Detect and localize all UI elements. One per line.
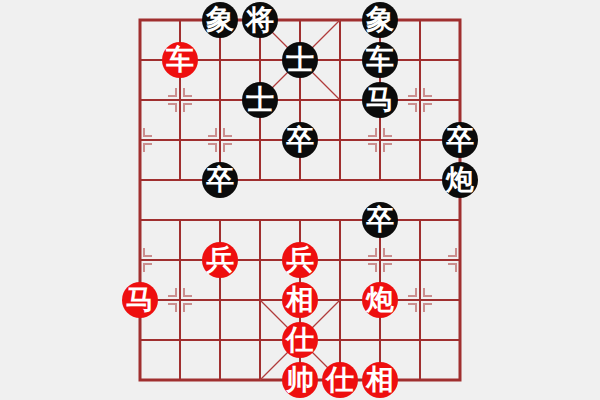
- red-advisor[interactable]: 仕: [282, 322, 318, 358]
- black-soldier[interactable]: 卒: [442, 122, 478, 158]
- red-elephant[interactable]: 相: [282, 282, 318, 318]
- black-advisor[interactable]: 士: [282, 42, 318, 78]
- red-soldier[interactable]: 兵: [202, 242, 238, 278]
- black-cannon[interactable]: 炮: [442, 162, 478, 198]
- red-general[interactable]: 帅: [282, 362, 318, 398]
- black-soldier[interactable]: 卒: [282, 122, 318, 158]
- red-chariot[interactable]: 车: [162, 42, 198, 78]
- black-soldier[interactable]: 卒: [202, 162, 238, 198]
- black-general[interactable]: 将: [242, 2, 278, 38]
- red-soldier[interactable]: 兵: [282, 242, 318, 278]
- black-elephant[interactable]: 象: [362, 2, 398, 38]
- red-horse[interactable]: 马: [122, 282, 158, 318]
- black-advisor[interactable]: 士: [242, 82, 278, 118]
- black-soldier[interactable]: 卒: [362, 202, 398, 238]
- red-cannon[interactable]: 炮: [362, 282, 398, 318]
- red-elephant[interactable]: 相: [362, 362, 398, 398]
- black-horse[interactable]: 马: [362, 82, 398, 118]
- xiangqi-app: 象将象车士车士马卒卒卒炮卒兵兵马相炮仕帅仕相: [0, 0, 600, 400]
- xiangqi-board[interactable]: 象将象车士车士马卒卒卒炮卒兵兵马相炮仕帅仕相: [0, 0, 600, 400]
- black-chariot[interactable]: 车: [362, 42, 398, 78]
- black-elephant[interactable]: 象: [202, 2, 238, 38]
- red-advisor[interactable]: 仕: [322, 362, 358, 398]
